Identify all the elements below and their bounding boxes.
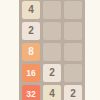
empty-cell: [64, 43, 82, 61]
empty-cell: [43, 1, 61, 19]
empty-cell: [64, 1, 82, 19]
tile-4: 4: [22, 1, 40, 19]
tile-2: 2: [64, 85, 82, 100]
tile-8: 8: [22, 43, 40, 61]
tile-32: 32: [22, 85, 40, 100]
tile-2: 2: [22, 22, 40, 40]
empty-cell: [64, 64, 82, 82]
tile-4: 4: [43, 85, 61, 100]
empty-cell: [43, 22, 61, 40]
empty-cell: [64, 22, 82, 40]
game-board-2048[interactable]: 4281623242: [19, 0, 85, 100]
empty-cell: [43, 43, 61, 61]
tile-2: 2: [43, 64, 61, 82]
tile-16: 16: [22, 64, 40, 82]
